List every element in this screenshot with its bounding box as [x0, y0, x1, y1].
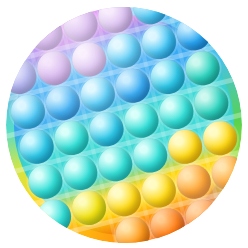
- photo-background: [0, 0, 248, 248]
- pop-it-toy: [6, 7, 242, 243]
- bubble-grid: [6, 7, 242, 243]
